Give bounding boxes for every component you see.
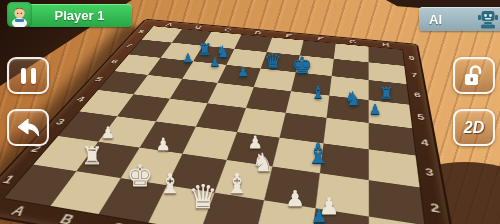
coord-label-6: 6	[407, 84, 427, 107]
piece-white-king-c1[interactable]: ♚	[127, 161, 154, 191]
piece-blue-bishop-f7[interactable]: ♝	[310, 84, 325, 101]
piece-blue-pawn-h7[interactable]: ♟	[369, 102, 382, 116]
piece-blue-bishop-g4[interactable]: ♝	[306, 140, 330, 167]
piece-white-rook-a1[interactable]: ♜	[81, 144, 103, 168]
piece-blue-pawn-a7[interactable]: ♟	[183, 52, 194, 64]
coord-label-4: 4	[413, 128, 437, 158]
piece-white-queen-e1[interactable]: ♛	[188, 180, 218, 213]
piece-white-bishop-d1[interactable]: ♝	[158, 170, 182, 197]
piece-blue-queen-d8[interactable]: ♛	[264, 51, 282, 71]
coord-label-5: 5	[410, 105, 432, 131]
piece-blue-pawn-c7[interactable]: ♟	[237, 65, 249, 78]
robot-icon	[477, 9, 499, 29]
player1-banner: Player 1	[27, 4, 132, 27]
lock-button[interactable]	[453, 57, 495, 94]
pause-button[interactable]	[7, 57, 49, 94]
coord-label-8: 8	[403, 50, 421, 68]
pause-icon	[21, 68, 36, 84]
open-lock-icon	[462, 64, 486, 88]
undo-arrow-icon	[15, 117, 41, 139]
coord-label-7: 7	[405, 66, 424, 86]
game-screen: ABCDEFGH ABCDEFGH 87654321 87654321 ♜♞♟♟…	[0, 0, 500, 224]
piece-white-pawn-c2[interactable]: ♟	[155, 136, 170, 153]
piece-white-bishop-e2[interactable]: ♝	[225, 170, 249, 197]
piece-blue-king-e8[interactable]: ♚	[292, 54, 313, 77]
piece-white-pawn-a2[interactable]: ♟	[101, 125, 115, 141]
piece-blue-rook-h8[interactable]: ♜	[378, 85, 393, 102]
piece-blue-pawn-b7[interactable]: ♟	[210, 56, 221, 68]
2d-view-toggle-button[interactable]: 2D	[453, 109, 495, 146]
piece-white-pawn-g2[interactable]: ♟	[285, 188, 305, 210]
piece-white-pawn-h2[interactable]: ♟	[319, 195, 340, 218]
piece-blue-knight-g7[interactable]: ♞	[344, 89, 361, 108]
piece-white-knight-f3[interactable]: ♞	[252, 150, 274, 175]
ai-banner: AI	[419, 7, 500, 31]
undo-button[interactable]	[7, 109, 49, 146]
player1-avatar[interactable]	[7, 2, 32, 27]
player1-name: Player 1	[27, 8, 132, 23]
avatar-figure	[7, 2, 32, 27]
2d-label: 2D	[464, 119, 484, 137]
